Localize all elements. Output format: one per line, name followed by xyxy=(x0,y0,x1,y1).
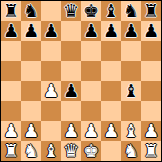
black-bishop-g4[interactable]: ♝ xyxy=(123,81,139,101)
white-pawn-h2[interactable]: ♟ xyxy=(143,121,159,141)
square-c1[interactable]: ♝ xyxy=(41,141,61,161)
square-f7[interactable]: ♟ xyxy=(101,21,121,41)
square-d6[interactable] xyxy=(61,41,81,61)
square-e2[interactable]: ♟ xyxy=(81,121,101,141)
square-d1[interactable]: ♛ xyxy=(61,141,81,161)
square-h7[interactable]: ♟ xyxy=(141,21,161,41)
square-b3[interactable] xyxy=(21,101,41,121)
white-pawn-e2[interactable]: ♟ xyxy=(83,121,99,141)
square-g6[interactable] xyxy=(121,41,141,61)
square-a1[interactable]: ♜ xyxy=(1,141,21,161)
square-e6[interactable] xyxy=(81,41,101,61)
square-a7[interactable]: ♟ xyxy=(1,21,21,41)
black-rook-a8[interactable]: ♜ xyxy=(3,1,19,21)
black-queen-d8[interactable]: ♛ xyxy=(63,1,79,21)
square-e1[interactable]: ♚ xyxy=(81,141,101,161)
square-e4[interactable] xyxy=(81,81,101,101)
square-g8[interactable]: ♞ xyxy=(121,1,141,21)
square-g2[interactable]: ♝ xyxy=(121,121,141,141)
square-d2[interactable]: ♟ xyxy=(61,121,81,141)
square-f6[interactable] xyxy=(101,41,121,61)
square-g7[interactable]: ♟ xyxy=(121,21,141,41)
square-c8[interactable] xyxy=(41,1,61,21)
square-f3[interactable] xyxy=(101,101,121,121)
square-a3[interactable] xyxy=(1,101,21,121)
black-pawn-b7[interactable]: ♟ xyxy=(23,21,39,41)
white-bishop-g2[interactable]: ♝ xyxy=(123,121,139,141)
black-pawn-g7[interactable]: ♟ xyxy=(123,21,139,41)
square-c5[interactable] xyxy=(41,61,61,81)
square-d4[interactable]: ♟ xyxy=(61,81,81,101)
black-knight-b8[interactable]: ♞ xyxy=(23,1,39,21)
square-c2[interactable] xyxy=(41,121,61,141)
square-a4[interactable] xyxy=(1,81,21,101)
white-queen-d1[interactable]: ♛ xyxy=(63,141,79,161)
black-rook-h8[interactable]: ♜ xyxy=(143,1,159,21)
square-a2[interactable]: ♟ xyxy=(1,121,21,141)
white-rook-h1[interactable]: ♜ xyxy=(143,141,159,161)
square-d3[interactable] xyxy=(61,101,81,121)
black-pawn-c7[interactable]: ♟ xyxy=(43,21,59,41)
white-knight-b1[interactable]: ♞ xyxy=(23,141,39,161)
square-f4[interactable] xyxy=(101,81,121,101)
square-b7[interactable]: ♟ xyxy=(21,21,41,41)
square-g4[interactable]: ♝ xyxy=(121,81,141,101)
black-pawn-d4[interactable]: ♟ xyxy=(63,81,79,101)
square-h8[interactable]: ♜ xyxy=(141,1,161,21)
chess-board: ♜♞♛♚♝♞♜♟♟♟♟♟♟♟♟♟♝♟♟♟♟♟♝♟♜♞♝♛♚♞♜ xyxy=(0,0,162,162)
square-b1[interactable]: ♞ xyxy=(21,141,41,161)
black-knight-g8[interactable]: ♞ xyxy=(123,1,139,21)
square-h2[interactable]: ♟ xyxy=(141,121,161,141)
square-d7[interactable] xyxy=(61,21,81,41)
white-pawn-f2[interactable]: ♟ xyxy=(103,121,119,141)
black-pawn-e7[interactable]: ♟ xyxy=(83,21,99,41)
square-h1[interactable]: ♜ xyxy=(141,141,161,161)
square-f5[interactable] xyxy=(101,61,121,81)
square-h6[interactable] xyxy=(141,41,161,61)
square-b2[interactable]: ♟ xyxy=(21,121,41,141)
black-bishop-f8[interactable]: ♝ xyxy=(103,1,119,21)
square-e5[interactable] xyxy=(81,61,101,81)
square-c7[interactable]: ♟ xyxy=(41,21,61,41)
square-h5[interactable] xyxy=(141,61,161,81)
square-d5[interactable] xyxy=(61,61,81,81)
square-c6[interactable] xyxy=(41,41,61,61)
white-rook-a1[interactable]: ♜ xyxy=(3,141,19,161)
square-h4[interactable] xyxy=(141,81,161,101)
square-e3[interactable] xyxy=(81,101,101,121)
square-e7[interactable]: ♟ xyxy=(81,21,101,41)
square-d8[interactable]: ♛ xyxy=(61,1,81,21)
square-f8[interactable]: ♝ xyxy=(101,1,121,21)
black-pawn-f7[interactable]: ♟ xyxy=(103,21,119,41)
square-a6[interactable] xyxy=(1,41,21,61)
square-b8[interactable]: ♞ xyxy=(21,1,41,21)
white-bishop-c1[interactable]: ♝ xyxy=(43,141,59,161)
square-e8[interactable]: ♚ xyxy=(81,1,101,21)
square-c4[interactable]: ♟ xyxy=(41,81,61,101)
white-king-e1[interactable]: ♚ xyxy=(83,141,99,161)
white-pawn-b2[interactable]: ♟ xyxy=(23,121,39,141)
black-pawn-a7[interactable]: ♟ xyxy=(3,21,19,41)
square-f2[interactable]: ♟ xyxy=(101,121,121,141)
square-g3[interactable] xyxy=(121,101,141,121)
square-h3[interactable] xyxy=(141,101,161,121)
square-c3[interactable] xyxy=(41,101,61,121)
square-a5[interactable] xyxy=(1,61,21,81)
square-b5[interactable] xyxy=(21,61,41,81)
white-pawn-c4[interactable]: ♟ xyxy=(43,81,59,101)
white-pawn-d2[interactable]: ♟ xyxy=(63,121,79,141)
square-g1[interactable]: ♞ xyxy=(121,141,141,161)
square-b4[interactable] xyxy=(21,81,41,101)
square-b6[interactable] xyxy=(21,41,41,61)
black-pawn-h7[interactable]: ♟ xyxy=(143,21,159,41)
black-king-e8[interactable]: ♚ xyxy=(83,1,99,21)
square-f1[interactable] xyxy=(101,141,121,161)
square-a8[interactable]: ♜ xyxy=(1,1,21,21)
square-g5[interactable] xyxy=(121,61,141,81)
white-pawn-a2[interactable]: ♟ xyxy=(3,121,19,141)
white-knight-g1[interactable]: ♞ xyxy=(123,141,139,161)
